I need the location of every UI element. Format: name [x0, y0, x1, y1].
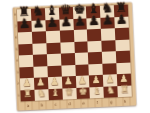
- black-pawn-b7[interactable]: ♟: [31, 16, 45, 28]
- square-c1[interactable]: ♝: [48, 88, 62, 100]
- file-label-d: d: [63, 101, 77, 106]
- white-knight-g1[interactable]: ♞: [104, 85, 118, 97]
- black-pawn-e7[interactable]: ♟: [73, 14, 87, 26]
- white-pawn-a2[interactable]: ♟: [20, 77, 34, 89]
- square-c5[interactable]: [46, 42, 60, 54]
- square-e1[interactable]: ♚: [76, 87, 90, 99]
- square-c7[interactable]: ♟: [45, 19, 59, 31]
- black-pawn-g7[interactable]: ♟: [100, 13, 114, 25]
- square-g7[interactable]: ♟: [101, 17, 115, 29]
- file-label-h: h: [118, 99, 132, 104]
- square-f5[interactable]: [88, 40, 102, 52]
- rank-label-6: 6: [15, 32, 17, 44]
- black-pawn-h7[interactable]: ♟: [114, 13, 128, 25]
- black-pawn-f7[interactable]: ♟: [87, 14, 101, 26]
- square-a1[interactable]: ♜: [20, 89, 34, 101]
- square-a4[interactable]: [19, 55, 33, 67]
- square-a6[interactable]: [18, 32, 32, 44]
- white-pawn-f2[interactable]: ♟: [89, 74, 103, 86]
- white-pawn-c2[interactable]: ♟: [48, 76, 62, 88]
- square-c4[interactable]: [47, 54, 61, 66]
- black-pawn-d7[interactable]: ♟: [59, 15, 73, 27]
- white-bishop-c1[interactable]: ♝: [48, 87, 62, 99]
- square-e7[interactable]: ♟: [73, 18, 87, 30]
- square-f4[interactable]: [88, 52, 102, 64]
- square-g5[interactable]: [102, 40, 116, 52]
- square-h5[interactable]: [115, 39, 129, 51]
- square-h7[interactable]: ♟: [114, 16, 128, 28]
- square-d7[interactable]: ♟: [59, 19, 73, 31]
- square-h1[interactable]: ♜: [117, 85, 131, 97]
- square-b4[interactable]: [33, 54, 47, 66]
- file-label-a: a: [21, 103, 35, 108]
- square-h4[interactable]: [116, 51, 130, 63]
- square-b5[interactable]: [32, 43, 46, 55]
- square-a5[interactable]: [18, 43, 32, 55]
- square-g4[interactable]: [102, 51, 116, 63]
- square-f7[interactable]: ♟: [87, 17, 101, 29]
- square-e4[interactable]: [74, 52, 88, 64]
- file-label-g: g: [104, 100, 118, 105]
- rank-label-5: 5: [15, 44, 17, 56]
- white-rook-a1[interactable]: ♜: [20, 88, 34, 100]
- file-label-b: b: [35, 103, 49, 108]
- square-a7[interactable]: ♟: [17, 20, 31, 32]
- square-c6[interactable]: [46, 31, 60, 43]
- photo-background: ♜♞♝♛♚♝♞♜♟♟♟♟♟♟♟♟♟♟♟♟♟♟♟♟♜♞♝♛♚♝♞♜ abcdefg…: [0, 0, 150, 113]
- white-pawn-e2[interactable]: ♟: [75, 74, 89, 86]
- square-d1[interactable]: ♛: [62, 87, 76, 99]
- square-d6[interactable]: [59, 30, 73, 42]
- board-squares: ♜♞♝♛♚♝♞♜♟♟♟♟♟♟♟♟♟♟♟♟♟♟♟♟♜♞♝♛♚♝♞♜: [17, 5, 132, 102]
- file-label-e: e: [76, 101, 90, 106]
- white-pawn-b2[interactable]: ♟: [34, 76, 48, 88]
- white-pawn-g2[interactable]: ♟: [103, 73, 117, 85]
- white-knight-b1[interactable]: ♞: [34, 88, 48, 100]
- square-b1[interactable]: ♞: [34, 89, 48, 101]
- chess-board: ♜♞♝♛♚♝♞♜♟♟♟♟♟♟♟♟♟♟♟♟♟♟♟♟♜♞♝♛♚♝♞♜ abcdefg…: [13, 2, 136, 110]
- white-pawn-h2[interactable]: ♟: [117, 73, 131, 85]
- square-g1[interactable]: ♞: [104, 86, 118, 98]
- white-rook-h1[interactable]: ♜: [117, 84, 131, 96]
- black-pawn-c7[interactable]: ♟: [45, 16, 59, 28]
- rank-label-4: 4: [16, 55, 18, 67]
- square-b7[interactable]: ♟: [31, 20, 45, 32]
- white-pawn-d2[interactable]: ♟: [61, 75, 75, 87]
- square-e5[interactable]: [74, 41, 88, 53]
- square-d5[interactable]: [60, 42, 74, 54]
- square-d4[interactable]: [60, 53, 74, 65]
- rank-label-3: 3: [16, 67, 18, 79]
- square-e6[interactable]: [73, 29, 87, 41]
- square-f1[interactable]: ♝: [90, 86, 104, 98]
- black-pawn-a7[interactable]: ♟: [17, 17, 31, 29]
- file-label-f: f: [90, 100, 104, 105]
- white-king-e1[interactable]: ♚: [76, 86, 90, 98]
- white-queen-d1[interactable]: ♛: [62, 86, 76, 98]
- square-b6[interactable]: [32, 31, 46, 43]
- square-h6[interactable]: [115, 28, 129, 40]
- white-bishop-f1[interactable]: ♝: [90, 85, 104, 97]
- square-f6[interactable]: [87, 29, 101, 41]
- file-label-c: c: [49, 102, 63, 107]
- square-g6[interactable]: [101, 28, 115, 40]
